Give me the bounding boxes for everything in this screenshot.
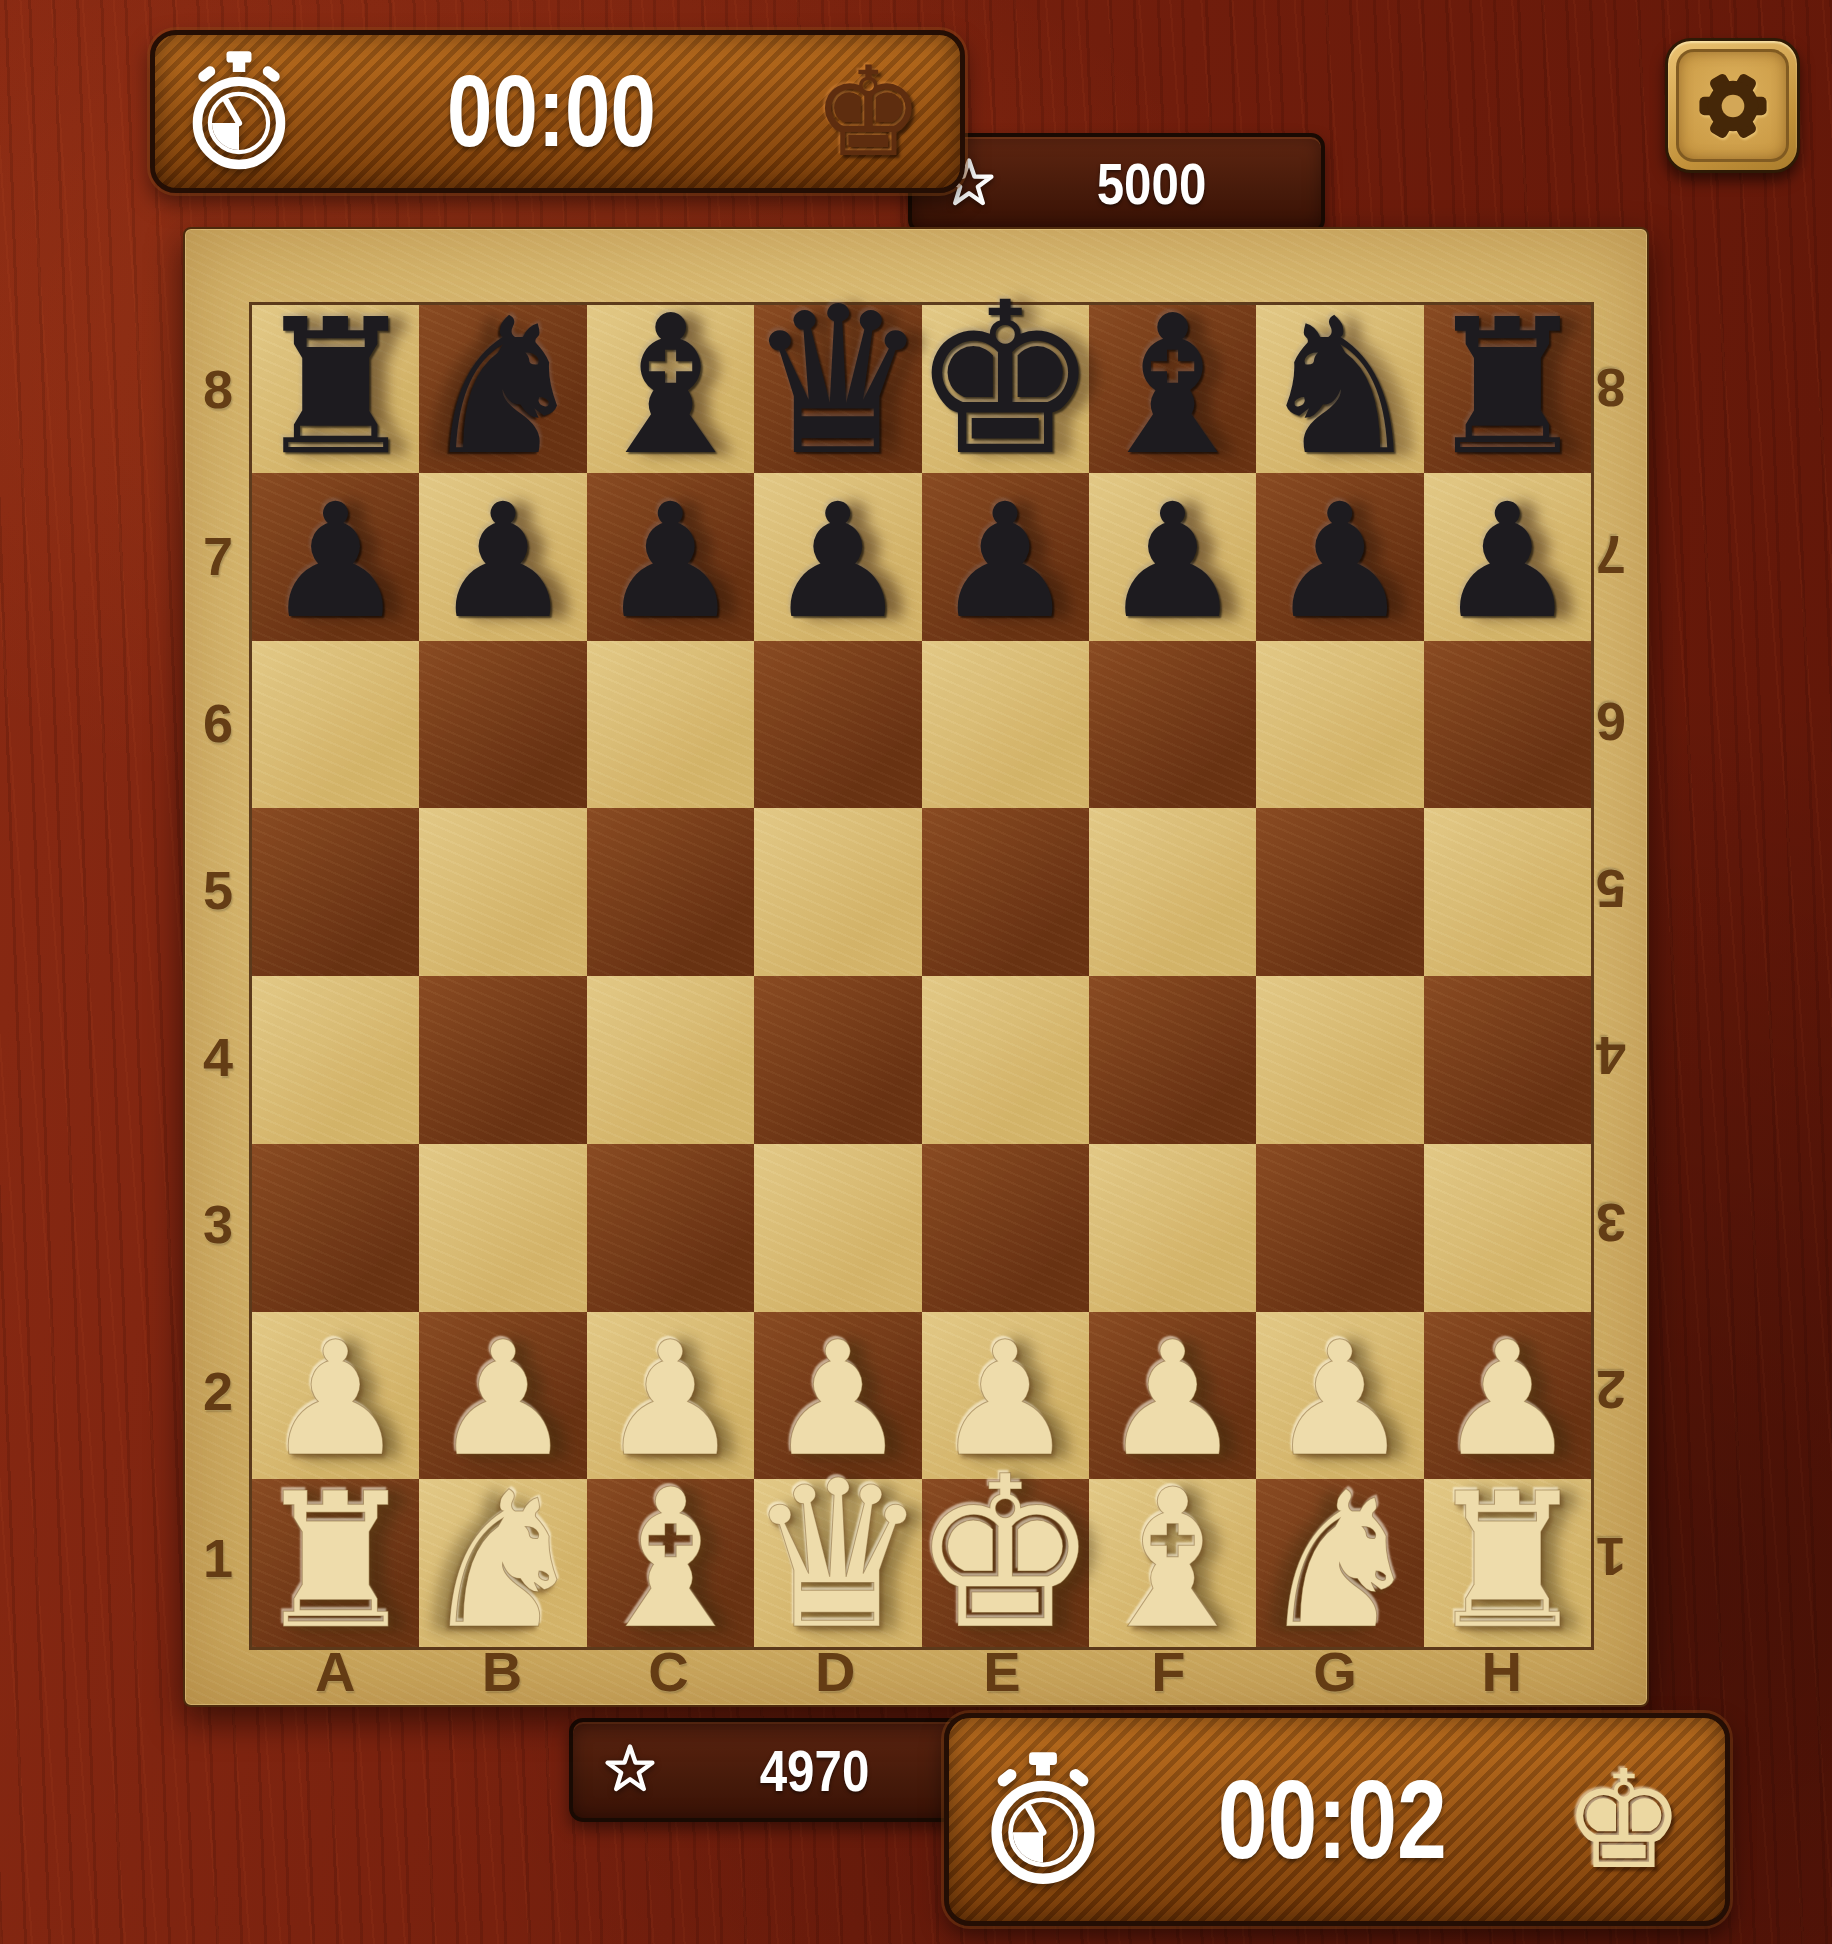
black-score-badge: 5000 [908, 133, 1325, 234]
white-knight-g1[interactable]: ♞ [1256, 1437, 1423, 1625]
black-rook-glyph: ♜ [1424, 295, 1591, 481]
white-pawn-f2[interactable]: ♟ [1089, 1295, 1256, 1453]
pieces-layer: ♜♞♝♛♚♝♞♜♟♟♟♟♟♟♟♟♟♟♟♟♟♟♟♟♜♞♝♛♚♝♞♜ [252, 305, 1591, 1647]
white-knight-glyph: ♞ [419, 1467, 588, 1655]
app-background: 00:00 ♚ 5000 87654321 87654321 ABCDEFG [0, 0, 1832, 1944]
black-pawn-glyph: ♟ [265, 482, 407, 640]
white-king-glyph: ♚ [911, 1449, 1099, 1659]
black-king-icon: ♚ [813, 50, 924, 174]
black-king-glyph: ♚ [911, 275, 1099, 485]
black-knight-glyph: ♞ [1256, 293, 1425, 481]
white-score-badge: 4970 [569, 1718, 990, 1822]
black-pawn-glyph: ♟ [1269, 482, 1411, 640]
black-timer-text: 00:00 [448, 53, 657, 170]
settings-button-inner [1676, 49, 1789, 162]
white-bishop-f1[interactable]: ♝ [1089, 1433, 1256, 1625]
white-timer-panel: 00:02 ♚ [944, 1713, 1730, 1926]
star-icon [599, 1739, 661, 1801]
rank-label-1-left: 1 [191, 1474, 245, 1641]
white-pawn-h2[interactable]: ♟ [1424, 1295, 1591, 1453]
white-bishop-glyph: ♝ [1087, 1464, 1259, 1656]
chess-board: 87654321 87654321 ABCDEFGH ♜♞♝♛♚♝♞♜♟♟♟♟♟… [183, 227, 1649, 1707]
black-queen-d8[interactable]: ♛ [754, 247, 921, 451]
rank-label-3-left: 3 [191, 1140, 245, 1307]
white-rook-glyph: ♜ [1424, 1469, 1591, 1655]
black-knight-g8[interactable]: ♞ [1256, 263, 1423, 451]
white-pawn-g2[interactable]: ♟ [1256, 1295, 1423, 1453]
settings-button[interactable] [1665, 38, 1800, 173]
black-pawn-d7[interactable]: ♟ [754, 457, 921, 615]
white-king-icon: ♚ [1563, 1752, 1685, 1888]
black-pawn-glyph: ♟ [600, 482, 742, 640]
rank-label-6-left: 6 [191, 639, 245, 806]
white-bishop-glyph: ♝ [584, 1464, 756, 1656]
white-king-e1[interactable]: ♚ [922, 1415, 1089, 1625]
black-pawn-h7[interactable]: ♟ [1424, 457, 1591, 615]
black-timer-panel: 00:00 ♚ [150, 30, 965, 193]
black-bishop-glyph: ♝ [584, 290, 756, 482]
black-pawn-c7[interactable]: ♟ [587, 457, 754, 615]
black-score-text: 5000 [1030, 150, 1274, 217]
rank-label-8-left: 8 [191, 305, 245, 472]
white-timer-text: 00:02 [1217, 1755, 1446, 1884]
black-rook-glyph: ♜ [252, 295, 419, 481]
black-pawn-g7[interactable]: ♟ [1256, 457, 1423, 615]
stopwatch-icon [187, 51, 291, 172]
board-grid-area: ♜♞♝♛♚♝♞♜♟♟♟♟♟♟♟♟♟♟♟♟♟♟♟♟♜♞♝♛♚♝♞♜ [249, 302, 1594, 1650]
black-knight-b8[interactable]: ♞ [419, 263, 586, 451]
black-pawn-b7[interactable]: ♟ [419, 457, 586, 615]
rank-label-5-left: 5 [191, 806, 245, 973]
black-rook-h8[interactable]: ♜ [1424, 265, 1591, 451]
black-rook-a8[interactable]: ♜ [252, 265, 419, 451]
rank-labels-left: 87654321 [191, 305, 245, 1641]
black-queen-glyph: ♛ [746, 280, 929, 484]
black-pawn-glyph: ♟ [934, 482, 1076, 640]
white-rook-h1[interactable]: ♜ [1424, 1439, 1591, 1625]
black-bishop-glyph: ♝ [1087, 290, 1259, 482]
black-pawn-f7[interactable]: ♟ [1089, 457, 1256, 615]
white-score-text: 4970 [691, 1737, 938, 1804]
black-king-e8[interactable]: ♚ [922, 241, 1089, 451]
rank-label-7-left: 7 [191, 472, 245, 639]
black-knight-glyph: ♞ [419, 293, 588, 481]
white-pawn-b2[interactable]: ♟ [419, 1295, 586, 1453]
black-bishop-c8[interactable]: ♝ [587, 259, 754, 451]
black-pawn-glyph: ♟ [1436, 482, 1578, 640]
black-pawn-e7[interactable]: ♟ [922, 457, 1089, 615]
black-bishop-f8[interactable]: ♝ [1089, 259, 1256, 451]
gear-icon [1691, 64, 1775, 148]
rank-label-2-left: 2 [191, 1307, 245, 1474]
white-queen-d1[interactable]: ♛ [754, 1421, 921, 1625]
white-knight-glyph: ♞ [1256, 1467, 1425, 1655]
white-rook-glyph: ♜ [252, 1469, 419, 1655]
black-pawn-glyph: ♟ [767, 482, 909, 640]
white-pawn-c2[interactable]: ♟ [587, 1295, 754, 1453]
black-pawn-glyph: ♟ [432, 482, 574, 640]
white-pawn-a2[interactable]: ♟ [252, 1295, 419, 1453]
black-pawn-glyph: ♟ [1102, 482, 1244, 640]
white-rook-a1[interactable]: ♜ [252, 1439, 419, 1625]
white-bishop-c1[interactable]: ♝ [587, 1433, 754, 1625]
white-queen-glyph: ♛ [746, 1454, 929, 1658]
stopwatch-icon [985, 1752, 1101, 1887]
black-pawn-a7[interactable]: ♟ [252, 457, 419, 615]
rank-label-4-left: 4 [191, 973, 245, 1140]
white-knight-b1[interactable]: ♞ [419, 1437, 586, 1625]
